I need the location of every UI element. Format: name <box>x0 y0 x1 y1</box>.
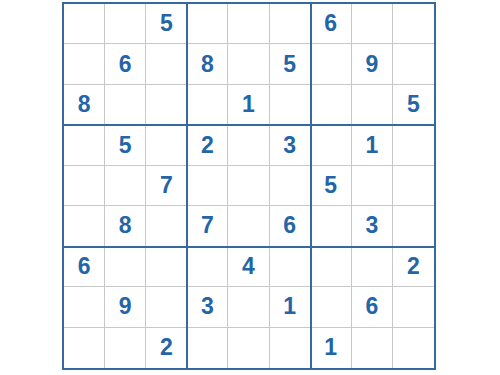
cell-r5c6[interactable] <box>270 166 311 206</box>
cell-r6c1[interactable] <box>64 206 105 246</box>
cell-r7c6[interactable] <box>270 247 311 287</box>
cell-r8c2[interactable]: 9 <box>105 287 146 327</box>
cell-r4c5[interactable] <box>228 125 269 165</box>
cell-r5c3[interactable]: 7 <box>146 166 187 206</box>
cell-r4c8[interactable]: 1 <box>352 125 393 165</box>
cell-r8c9[interactable] <box>393 287 434 327</box>
cell-r2c1[interactable] <box>64 44 105 84</box>
cell-r2c2[interactable]: 6 <box>105 44 146 84</box>
cell-r9c9[interactable] <box>393 328 434 368</box>
cell-r8c4[interactable]: 3 <box>187 287 228 327</box>
cell-r8c5[interactable] <box>228 287 269 327</box>
cell-r2c9[interactable] <box>393 44 434 84</box>
cell-r3c3[interactable] <box>146 85 187 125</box>
cell-r7c7[interactable] <box>311 247 352 287</box>
cell-r9c6[interactable] <box>270 328 311 368</box>
sudoku-board: 5668598155231758763642931621 <box>62 2 436 370</box>
cell-r5c9[interactable] <box>393 166 434 206</box>
cell-r6c7[interactable] <box>311 206 352 246</box>
cell-r3c2[interactable] <box>105 85 146 125</box>
cell-r8c6[interactable]: 1 <box>270 287 311 327</box>
cell-r2c7[interactable] <box>311 44 352 84</box>
cell-r9c8[interactable] <box>352 328 393 368</box>
cell-r2c4[interactable]: 8 <box>187 44 228 84</box>
cell-r1c5[interactable] <box>228 4 269 44</box>
cell-r1c4[interactable] <box>187 4 228 44</box>
cell-r7c2[interactable] <box>105 247 146 287</box>
cell-r7c4[interactable] <box>187 247 228 287</box>
sudoku-page: 5668598155231758763642931621 <box>0 0 500 375</box>
cell-r1c8[interactable] <box>352 4 393 44</box>
cell-r5c2[interactable] <box>105 166 146 206</box>
cell-r7c8[interactable] <box>352 247 393 287</box>
cell-r8c8[interactable]: 6 <box>352 287 393 327</box>
cell-r5c7[interactable]: 5 <box>311 166 352 206</box>
cell-r4c4[interactable]: 2 <box>187 125 228 165</box>
cell-r6c2[interactable]: 8 <box>105 206 146 246</box>
cell-r3c6[interactable] <box>270 85 311 125</box>
cell-r2c3[interactable] <box>146 44 187 84</box>
cell-r4c3[interactable] <box>146 125 187 165</box>
cell-r6c8[interactable]: 3 <box>352 206 393 246</box>
cell-r1c7[interactable]: 6 <box>311 4 352 44</box>
cell-r5c4[interactable] <box>187 166 228 206</box>
cell-r4c9[interactable] <box>393 125 434 165</box>
cell-r3c8[interactable] <box>352 85 393 125</box>
cell-r8c3[interactable] <box>146 287 187 327</box>
cell-r6c5[interactable] <box>228 206 269 246</box>
cell-r7c3[interactable] <box>146 247 187 287</box>
cell-r1c6[interactable] <box>270 4 311 44</box>
cell-r5c8[interactable] <box>352 166 393 206</box>
cell-r3c1[interactable]: 8 <box>64 85 105 125</box>
cell-r2c5[interactable] <box>228 44 269 84</box>
cell-r6c3[interactable] <box>146 206 187 246</box>
cell-r9c2[interactable] <box>105 328 146 368</box>
cell-r3c4[interactable] <box>187 85 228 125</box>
cell-r9c4[interactable] <box>187 328 228 368</box>
cell-r9c7[interactable]: 1 <box>311 328 352 368</box>
cell-r1c2[interactable] <box>105 4 146 44</box>
cell-r1c1[interactable] <box>64 4 105 44</box>
cell-r8c1[interactable] <box>64 287 105 327</box>
cell-r1c9[interactable] <box>393 4 434 44</box>
cell-r2c6[interactable]: 5 <box>270 44 311 84</box>
cell-r3c9[interactable]: 5 <box>393 85 434 125</box>
cell-r6c9[interactable] <box>393 206 434 246</box>
cell-r5c5[interactable] <box>228 166 269 206</box>
cell-r7c9[interactable]: 2 <box>393 247 434 287</box>
cell-r1c3[interactable]: 5 <box>146 4 187 44</box>
cell-r9c5[interactable] <box>228 328 269 368</box>
cell-r8c7[interactable] <box>311 287 352 327</box>
cell-r3c7[interactable] <box>311 85 352 125</box>
cell-r4c6[interactable]: 3 <box>270 125 311 165</box>
cell-r2c8[interactable]: 9 <box>352 44 393 84</box>
cell-r6c4[interactable]: 7 <box>187 206 228 246</box>
cell-r9c3[interactable]: 2 <box>146 328 187 368</box>
cell-r4c1[interactable] <box>64 125 105 165</box>
sudoku-grid: 5668598155231758763642931621 <box>64 4 434 368</box>
cell-r3c5[interactable]: 1 <box>228 85 269 125</box>
cell-r7c5[interactable]: 4 <box>228 247 269 287</box>
cell-r9c1[interactable] <box>64 328 105 368</box>
cell-r5c1[interactable] <box>64 166 105 206</box>
cell-r4c7[interactable] <box>311 125 352 165</box>
cell-r4c2[interactable]: 5 <box>105 125 146 165</box>
cell-r6c6[interactable]: 6 <box>270 206 311 246</box>
cell-r7c1[interactable]: 6 <box>64 247 105 287</box>
